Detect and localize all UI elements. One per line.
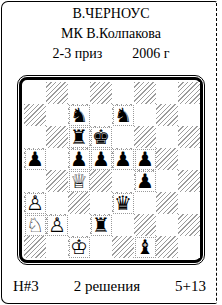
square-h1 xyxy=(178,236,200,258)
square-d1 xyxy=(90,236,112,258)
square-e8 xyxy=(112,82,134,104)
board-outer-frame: ♞♞♜♚♟♟♟♟♟♕♟♙♛♘♙♜♔♝ xyxy=(17,75,205,265)
square-h2 xyxy=(178,214,200,236)
header: В.ЧЕРНОУС МК В.Колпакова 2-3 приз 2006 г xyxy=(0,4,222,64)
square-h5 xyxy=(178,148,200,170)
black-rook: ♜ xyxy=(68,126,90,148)
footer: Н#3 2 решения 5+13 xyxy=(13,278,206,295)
square-f4: ♟ xyxy=(134,170,156,192)
square-f1: ♝ xyxy=(134,236,156,258)
square-e6 xyxy=(112,126,134,148)
black-pawn: ♟ xyxy=(24,148,46,170)
black-pawn: ♟ xyxy=(112,148,134,170)
square-d7 xyxy=(90,104,112,126)
diagram-page: В.ЧЕРНОУС МК В.Колпакова 2-3 приз 2006 г… xyxy=(0,0,222,305)
white-pawn: ♙ xyxy=(24,192,46,214)
square-b3 xyxy=(46,192,68,214)
square-c5: ♟ xyxy=(68,148,90,170)
composer-name: В.ЧЕРНОУС xyxy=(0,4,222,24)
square-a8 xyxy=(24,82,46,104)
black-knight: ♞ xyxy=(112,104,134,126)
black-rook: ♜ xyxy=(90,214,112,236)
white-king: ♔ xyxy=(68,236,90,258)
square-f8 xyxy=(134,82,156,104)
square-d4 xyxy=(90,170,112,192)
award-text: 2-3 приз xyxy=(53,44,103,64)
square-a5: ♟ xyxy=(24,148,46,170)
square-d3 xyxy=(90,192,112,214)
white-pawn: ♙ xyxy=(46,214,68,236)
square-g8 xyxy=(156,82,178,104)
square-d2: ♜ xyxy=(90,214,112,236)
square-g2 xyxy=(156,214,178,236)
square-f5: ♟ xyxy=(134,148,156,170)
square-b8 xyxy=(46,82,68,104)
square-f7 xyxy=(134,104,156,126)
award-line: 2-3 приз 2006 г xyxy=(0,44,222,64)
square-b7 xyxy=(46,104,68,126)
material-count: 5+13 xyxy=(175,278,206,295)
square-b4 xyxy=(46,170,68,192)
square-c2 xyxy=(68,214,90,236)
square-c3 xyxy=(68,192,90,214)
square-g4 xyxy=(156,170,178,192)
square-g6 xyxy=(156,126,178,148)
year-text: 2006 г xyxy=(132,44,169,64)
square-b6 xyxy=(46,126,68,148)
square-c4: ♕ xyxy=(68,170,90,192)
square-e5: ♟ xyxy=(112,148,134,170)
black-bishop: ♝ xyxy=(134,236,156,258)
black-pawn: ♟ xyxy=(90,148,112,170)
square-h4 xyxy=(178,170,200,192)
black-queen: ♛ xyxy=(112,192,134,214)
square-e1 xyxy=(112,236,134,258)
black-pawn: ♟ xyxy=(134,170,156,192)
square-d6: ♚ xyxy=(90,126,112,148)
board-inner-frame: ♞♞♜♚♟♟♟♟♟♕♟♙♛♘♙♜♔♝ xyxy=(19,77,203,263)
square-b1 xyxy=(46,236,68,258)
square-e7: ♞ xyxy=(112,104,134,126)
black-pawn: ♟ xyxy=(68,148,90,170)
square-c8 xyxy=(68,82,90,104)
square-e4 xyxy=(112,170,134,192)
square-g3 xyxy=(156,192,178,214)
board: ♞♞♜♚♟♟♟♟♟♕♟♙♛♘♙♜♔♝ xyxy=(24,82,200,258)
square-g1 xyxy=(156,236,178,258)
black-king: ♚ xyxy=(90,126,112,148)
square-a6 xyxy=(24,126,46,148)
black-knight: ♞ xyxy=(68,104,90,126)
square-f2 xyxy=(134,214,156,236)
square-f6 xyxy=(134,126,156,148)
square-a1 xyxy=(24,236,46,258)
square-a4 xyxy=(24,170,46,192)
square-h3 xyxy=(178,192,200,214)
board-area: ♞♞♜♚♟♟♟♟♟♕♟♙♛♘♙♜♔♝ xyxy=(16,75,206,265)
square-d8 xyxy=(90,82,112,104)
solutions-text: 2 решения xyxy=(74,278,141,295)
stipulation-text: Н#3 xyxy=(13,278,39,295)
square-f3 xyxy=(134,192,156,214)
square-c6: ♜ xyxy=(68,126,90,148)
square-g5 xyxy=(156,148,178,170)
white-knight: ♘ xyxy=(24,214,46,236)
square-b2: ♙ xyxy=(46,214,68,236)
square-g7 xyxy=(156,104,178,126)
square-h8 xyxy=(178,82,200,104)
black-pawn: ♟ xyxy=(134,148,156,170)
square-c1: ♔ xyxy=(68,236,90,258)
square-c7: ♞ xyxy=(68,104,90,126)
square-h7 xyxy=(178,104,200,126)
white-queen: ♕ xyxy=(68,170,90,192)
square-e3: ♛ xyxy=(112,192,134,214)
square-h6 xyxy=(178,126,200,148)
square-a2: ♘ xyxy=(24,214,46,236)
square-b5 xyxy=(46,148,68,170)
square-a7 xyxy=(24,104,46,126)
square-d5: ♟ xyxy=(90,148,112,170)
square-e2 xyxy=(112,214,134,236)
tournament-name: МК В.Колпакова xyxy=(0,24,222,44)
square-a3: ♙ xyxy=(24,192,46,214)
